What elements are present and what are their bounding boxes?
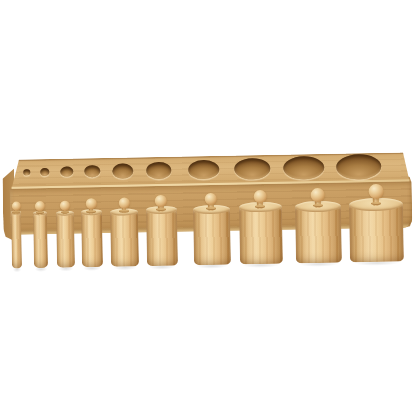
scene	[0, 0, 420, 420]
cylinder-4-knob-collar	[86, 210, 95, 213]
cylinder-6-body	[145, 210, 177, 267]
socket-hole-8	[234, 157, 270, 179]
cylinder-3-body	[56, 212, 75, 267]
cylinder-5-knob	[118, 197, 129, 208]
cylinder-1-knob	[11, 201, 20, 210]
socket-hole-1	[23, 169, 30, 175]
cylinder-8-knob-collar	[255, 205, 265, 208]
cylinder-9-knob	[311, 187, 325, 201]
cylinder-10-knob	[368, 183, 383, 198]
cylinder-6-knob-collar	[156, 208, 166, 211]
cylinder-3-knob	[60, 200, 70, 210]
cylinder-5-knob-collar	[119, 209, 128, 212]
cylinder-7-knob	[205, 192, 217, 204]
cylinder-10-body	[349, 203, 404, 262]
cylinder-2-body	[33, 213, 48, 268]
socket-hole-6	[146, 161, 171, 178]
cylinder-8-knob	[253, 189, 266, 202]
cylinder-7-body	[192, 209, 230, 266]
cylinder-4-knob	[85, 198, 96, 209]
socket-hole-10	[335, 153, 380, 179]
product-photo-montessori-cylinder-block	[0, 0, 420, 420]
socket-hole-2	[40, 168, 49, 176]
socket-hole-7	[188, 159, 219, 179]
socket-hole-5	[112, 163, 133, 178]
socket-hole-3	[60, 167, 73, 177]
cylinder-2-knob	[35, 201, 45, 211]
socket-hole-9	[283, 155, 324, 179]
cylinder-1-body	[11, 212, 22, 268]
cylinder-6-knob	[155, 194, 167, 206]
cylinder-7-knob-collar	[206, 207, 216, 210]
cylinder-4-body	[81, 212, 103, 267]
cylinder-9-body	[295, 206, 342, 264]
cylinder-5-body	[110, 211, 139, 267]
cylinder-8-body	[238, 207, 282, 265]
